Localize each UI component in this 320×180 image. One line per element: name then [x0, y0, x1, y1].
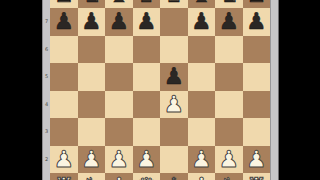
square-c2[interactable]: ♟	[105, 146, 133, 174]
square-a2[interactable]: ♟	[50, 146, 78, 174]
black-rook: ♜	[246, 0, 267, 6]
square-c8[interactable]: ♝	[105, 0, 133, 8]
square-g1[interactable]: ♞	[215, 173, 243, 180]
white-pawn: ♟	[218, 148, 239, 171]
black-pawn: ♟	[108, 10, 129, 33]
black-bishop: ♝	[108, 0, 129, 6]
square-h2[interactable]: ♟	[243, 146, 271, 174]
square-f5[interactable]	[188, 63, 216, 91]
square-e4[interactable]: ♟	[160, 91, 188, 119]
square-f8[interactable]: ♝	[188, 0, 216, 8]
black-pawn: ♟	[53, 10, 74, 33]
white-rook: ♜	[246, 175, 267, 180]
square-h8[interactable]: ♜	[243, 0, 271, 8]
square-h6[interactable]	[243, 36, 271, 64]
square-c4[interactable]	[105, 91, 133, 119]
square-b7[interactable]: ♟	[78, 8, 106, 36]
square-b8[interactable]: ♞	[78, 0, 106, 8]
square-d7[interactable]: ♟	[133, 8, 161, 36]
square-a3[interactable]	[50, 118, 78, 146]
square-d1[interactable]: ♛	[133, 173, 161, 180]
square-g4[interactable]	[215, 91, 243, 119]
black-bishop: ♝	[191, 0, 212, 6]
square-a6[interactable]	[50, 36, 78, 64]
white-pawn: ♟	[136, 148, 157, 171]
square-b4[interactable]	[78, 91, 106, 119]
board-gutter-right	[270, 0, 279, 180]
square-f1[interactable]: ♝	[188, 173, 216, 180]
square-g7[interactable]: ♟	[215, 8, 243, 36]
square-e1[interactable]: ♚	[160, 173, 188, 180]
chess-board: ♜♞♝♛♚♝♞♜♟♟♟♟♟♟♟♟♟♟♟♟♟♟♟♟♜♞♝♛♚♝♞♜	[50, 0, 270, 180]
white-pawn: ♟	[163, 93, 184, 116]
square-h5[interactable]	[243, 63, 271, 91]
black-pawn: ♟	[246, 10, 267, 33]
square-d3[interactable]	[133, 118, 161, 146]
square-a8[interactable]: ♜	[50, 0, 78, 8]
square-b2[interactable]: ♟	[78, 146, 106, 174]
black-pawn: ♟	[163, 65, 184, 88]
white-pawn: ♟	[81, 148, 102, 171]
white-bishop: ♝	[108, 175, 129, 180]
square-d6[interactable]	[133, 36, 161, 64]
square-b6[interactable]	[78, 36, 106, 64]
square-f7[interactable]: ♟	[188, 8, 216, 36]
white-rook: ♜	[53, 175, 74, 180]
white-king: ♚	[163, 175, 184, 180]
square-c6[interactable]	[105, 36, 133, 64]
square-f2[interactable]: ♟	[188, 146, 216, 174]
square-e8[interactable]: ♚	[160, 0, 188, 8]
square-f3[interactable]	[188, 118, 216, 146]
square-d2[interactable]: ♟	[133, 146, 161, 174]
black-pawn: ♟	[81, 10, 102, 33]
square-d5[interactable]	[133, 63, 161, 91]
square-a1[interactable]: ♜	[50, 173, 78, 180]
square-e7[interactable]	[160, 8, 188, 36]
black-pawn: ♟	[191, 10, 212, 33]
white-pawn: ♟	[246, 148, 267, 171]
black-knight: ♞	[218, 0, 239, 6]
black-pawn: ♟	[218, 10, 239, 33]
square-b5[interactable]	[78, 63, 106, 91]
black-king: ♚	[163, 0, 184, 6]
square-e5[interactable]: ♟	[160, 63, 188, 91]
square-e3[interactable]	[160, 118, 188, 146]
square-f4[interactable]	[188, 91, 216, 119]
square-h4[interactable]	[243, 91, 271, 119]
black-queen: ♛	[136, 0, 157, 6]
white-bishop: ♝	[191, 175, 212, 180]
square-c7[interactable]: ♟	[105, 8, 133, 36]
square-g2[interactable]: ♟	[215, 146, 243, 174]
white-pawn: ♟	[191, 148, 212, 171]
square-a4[interactable]	[50, 91, 78, 119]
square-d8[interactable]: ♛	[133, 0, 161, 8]
square-g8[interactable]: ♞	[215, 0, 243, 8]
white-pawn: ♟	[108, 148, 129, 171]
square-b1[interactable]: ♞	[78, 173, 106, 180]
white-knight: ♞	[81, 175, 102, 180]
white-queen: ♛	[136, 175, 157, 180]
square-b3[interactable]	[78, 118, 106, 146]
square-c5[interactable]	[105, 63, 133, 91]
square-h1[interactable]: ♜	[243, 173, 271, 180]
square-c1[interactable]: ♝	[105, 173, 133, 180]
square-a5[interactable]	[50, 63, 78, 91]
white-pawn: ♟	[53, 148, 74, 171]
square-g5[interactable]	[215, 63, 243, 91]
black-knight: ♞	[81, 0, 102, 6]
square-a7[interactable]: ♟	[50, 8, 78, 36]
square-f6[interactable]	[188, 36, 216, 64]
square-d4[interactable]	[133, 91, 161, 119]
square-g6[interactable]	[215, 36, 243, 64]
square-c3[interactable]	[105, 118, 133, 146]
square-e2[interactable]	[160, 146, 188, 174]
square-g3[interactable]	[215, 118, 243, 146]
video-frame: 87654321 ♜♞♝♛♚♝♞♜♟♟♟♟♟♟♟♟♟♟♟♟♟♟♟♟♜♞♝♛♚♝♞…	[0, 0, 320, 180]
square-h3[interactable]	[243, 118, 271, 146]
square-e6[interactable]	[160, 36, 188, 64]
black-rook: ♜	[53, 0, 74, 6]
square-h7[interactable]: ♟	[243, 8, 271, 36]
white-knight: ♞	[218, 175, 239, 180]
black-pawn: ♟	[136, 10, 157, 33]
